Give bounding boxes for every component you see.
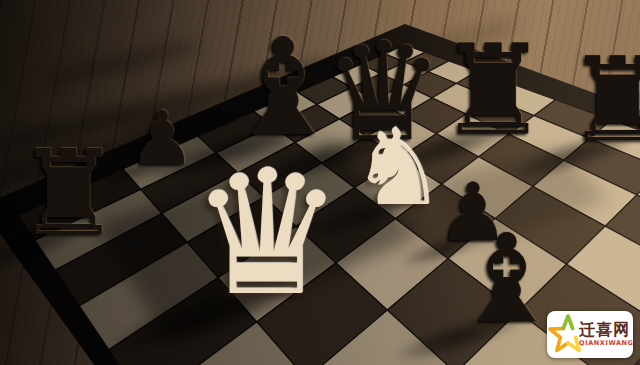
piece-white-queen-e2[interactable]: ♛ <box>189 148 343 320</box>
watermark-title: 迁喜网 <box>579 322 634 339</box>
chess-scene: ♜♜♛♟♞♝♝♟♛♜ 迁喜网 QIANXIWANG <box>0 0 640 365</box>
piece-white-knight-e4[interactable]: ♞ <box>350 115 445 221</box>
piece-black-pawn-a2[interactable]: ♟ <box>129 101 195 175</box>
watermark-subtitle: QIANXIWANG <box>579 339 634 347</box>
piece-black-rook-b1[interactable]: ♜ <box>16 134 122 252</box>
piece-black-rook-e7[interactable]: ♜ <box>438 28 549 152</box>
piece-black-rook-g8[interactable]: ♜ <box>566 42 640 158</box>
piece-black-bishop-g3[interactable]: ♝ <box>452 218 561 340</box>
